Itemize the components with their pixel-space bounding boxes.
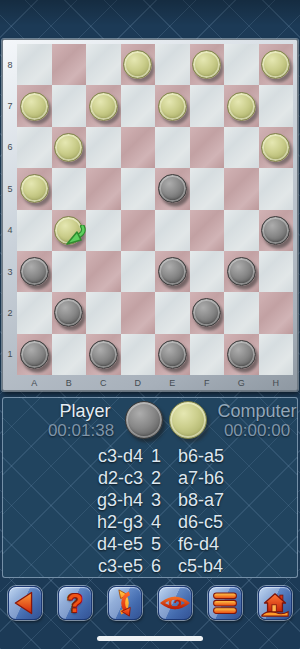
square-d3[interactable] [121,251,156,292]
square-g1[interactable] [224,334,259,375]
square-c1[interactable] [86,334,121,375]
house-icon [260,589,290,617]
rank-label-6: 6 [3,127,17,168]
square-b8[interactable] [52,44,87,85]
square-g6[interactable] [224,127,259,168]
player-piece-g3[interactable] [227,257,256,286]
player-piece-c1[interactable] [89,340,118,369]
square-d8[interactable] [121,44,156,85]
square-a1[interactable] [17,334,52,375]
square-a7[interactable] [17,85,52,126]
computer-piece-a7[interactable] [20,92,49,121]
square-e8[interactable] [155,44,190,85]
square-d5[interactable] [121,168,156,209]
last-move-arrow-icon [66,225,86,245]
square-g7[interactable] [224,85,259,126]
computer-move: d6-c5 [169,511,294,533]
move-number: 2 [143,467,169,489]
computer-piece-a5[interactable] [20,174,49,203]
square-h6[interactable] [259,127,294,168]
computer-move: c5-b4 [169,555,294,577]
show-button[interactable] [158,586,192,620]
help-button[interactable]: ? [58,586,92,620]
rank-label-4: 4 [3,210,17,251]
player-piece-a1[interactable] [20,340,49,369]
square-a6[interactable] [17,127,52,168]
square-e5[interactable] [155,168,190,209]
move-row-2: d2-c32a7-b6 [6,467,294,489]
menu-bars-icon [210,589,240,617]
move-row-3: g3-h43b8-a7 [6,489,294,511]
player-piece-b2[interactable] [54,298,83,327]
home-button[interactable] [258,586,292,620]
home-indicator-bar[interactable] [97,636,203,641]
square-a2[interactable] [17,292,52,333]
player-move: h2-g3 [6,511,143,533]
move-list: c3-d41b6-a5d2-c32a7-b6g3-h43b8-a7h2-g34d… [6,445,294,577]
square-d2[interactable] [121,292,156,333]
square-f6[interactable] [190,127,225,168]
file-label-d: D [121,375,156,390]
restart-button[interactable] [108,586,142,620]
file-label-a: A [17,375,52,390]
rotate-arrows-icon [110,589,140,617]
computer-clock: 00:00:00 [209,421,300,441]
player-piece-e3[interactable] [158,257,187,286]
square-h8[interactable] [259,44,294,85]
player-move: g3-h4 [6,489,143,511]
square-f1[interactable] [190,334,225,375]
square-c4[interactable] [86,210,121,251]
square-f2[interactable] [190,292,225,333]
toolbar: ? [0,586,300,620]
file-label-e: E [155,375,190,390]
player-piece-e1[interactable] [158,340,187,369]
player-piece-h4[interactable] [261,216,290,245]
square-a3[interactable] [17,251,52,292]
square-g3[interactable] [224,251,259,292]
square-g5[interactable] [224,168,259,209]
square-h2[interactable] [259,292,294,333]
square-c6[interactable] [86,127,121,168]
move-row-6: c3-e56c5-b4 [6,555,294,577]
move-number: 1 [143,445,169,467]
board-grid: 87654 321ABCDEFGH [3,44,293,390]
square-e2[interactable] [155,292,190,333]
computer-piece-d8[interactable] [123,50,152,79]
square-d1[interactable] [121,334,156,375]
player-move: c3-e5 [6,555,143,577]
player-move: d4-e5 [6,533,143,555]
question-mark-icon: ? [67,590,83,616]
computer-piece-h6[interactable] [261,133,290,162]
player-piece-f2[interactable] [192,298,221,327]
computer-piece-h8[interactable] [261,50,290,79]
square-b4[interactable] [52,210,87,251]
move-number: 3 [143,489,169,511]
computer-move: b6-a5 [169,445,294,467]
square-f8[interactable] [190,44,225,85]
computer-piece-b6[interactable] [54,133,83,162]
square-c2[interactable] [86,292,121,333]
file-label-g: G [224,375,259,390]
square-b6[interactable] [52,127,87,168]
square-g8[interactable] [224,44,259,85]
player-piece-g1[interactable] [227,340,256,369]
move-number: 5 [143,533,169,555]
square-b7[interactable] [52,85,87,126]
file-label-f: F [190,375,225,390]
computer-piece-e7[interactable] [158,92,187,121]
player-clock: 00:01:38 [21,421,141,441]
computer-piece-icon [169,401,207,439]
rank-label-7: 7 [3,85,17,126]
square-f3[interactable] [190,251,225,292]
computer-piece-c7[interactable] [89,92,118,121]
move-row-5: d4-e55f6-d4 [6,533,294,555]
square-c5[interactable] [86,168,121,209]
game-info-panel: Player 00:01:38 Computer 00:00:00 c3-d41… [2,397,298,578]
rank-label-1: 1 [3,334,17,375]
square-b3[interactable] [52,251,87,292]
rank-label-8: 8 [3,44,17,85]
computer-piece-g7[interactable] [227,92,256,121]
file-label-h: H [259,375,294,390]
left-triangle-icon [10,589,40,617]
square-e1[interactable] [155,334,190,375]
square-a5[interactable] [17,168,52,209]
square-d7[interactable] [121,85,156,126]
checkers-app: 87654 321ABCDEFGH Player 00:01:38 Comput… [0,0,300,649]
computer-label: Computer [211,401,300,422]
square-g4[interactable] [224,210,259,251]
square-b2[interactable] [52,292,87,333]
square-e3[interactable] [155,251,190,292]
square-h3[interactable] [259,251,294,292]
eye-icon [160,591,190,615]
square-h5[interactable] [259,168,294,209]
square-g2[interactable] [224,292,259,333]
rank-label-2: 2 [3,292,17,333]
computer-move: f6-d4 [169,533,294,555]
square-h1[interactable] [259,334,294,375]
player-move: c3-d4 [6,445,143,467]
rank-label-5: 5 [3,168,17,209]
square-e7[interactable] [155,85,190,126]
square-a8[interactable] [17,44,52,85]
square-h7[interactable] [259,85,294,126]
board-frame: 87654 321ABCDEFGH [2,39,298,391]
computer-move: a7-b6 [169,467,294,489]
move-number: 6 [143,555,169,577]
board-corner [3,375,17,390]
computer-piece-b4[interactable] [54,216,83,245]
rank-label-3: 3 [3,251,17,292]
square-f5[interactable] [190,168,225,209]
move-number: 4 [143,511,169,533]
computer-piece-f8[interactable] [192,50,221,79]
menu-button[interactable] [208,586,242,620]
square-f4[interactable] [190,210,225,251]
square-b5[interactable] [52,168,87,209]
square-b1[interactable] [52,334,87,375]
square-d4[interactable] [121,210,156,251]
square-a4[interactable] [17,210,52,251]
square-d6[interactable] [121,127,156,168]
player-move: d2-c3 [6,467,143,489]
player-piece-icon [125,401,163,439]
square-f7[interactable] [190,85,225,126]
player-piece-a3[interactable] [20,257,49,286]
square-c8[interactable] [86,44,121,85]
move-row-4: h2-g34d6-c5 [6,511,294,533]
computer-move: b8-a7 [169,489,294,511]
square-e4[interactable] [155,210,190,251]
file-label-b: B [52,375,87,390]
file-label-c: C [86,375,121,390]
player-piece-e5[interactable] [158,174,187,203]
square-c3[interactable] [86,251,121,292]
move-row-1: c3-d41b6-a5 [6,445,294,467]
back-button[interactable] [8,586,42,620]
square-h4[interactable] [259,210,294,251]
square-e6[interactable] [155,127,190,168]
square-c7[interactable] [86,85,121,126]
